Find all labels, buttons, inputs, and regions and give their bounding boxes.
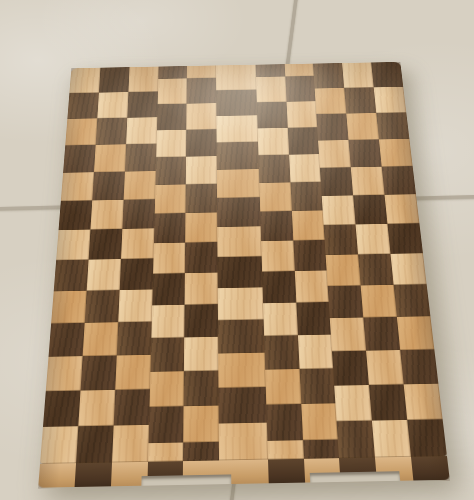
board-cell-walnut [59,200,93,230]
edge-notch [309,471,400,482]
board-cell-maple [292,210,325,240]
board-cell-maple [322,195,356,225]
board-cell-maple [218,287,263,320]
board-cell-walnut [324,224,358,255]
board-cell-walnut [293,240,327,271]
board-cell-maple [78,390,115,426]
board-cell-walnut [266,404,303,441]
board-cell-walnut [125,144,157,172]
board-cell-walnut [371,62,403,87]
board-cell-walnut [99,67,130,93]
board-cell-maple [94,144,126,172]
board-cell-maple [219,423,268,461]
board-cell-maple [97,92,128,118]
board-cell-maple [184,337,218,371]
board-cell-maple [185,273,218,305]
board-cell-walnut [407,419,447,457]
board-cell-maple [261,241,295,272]
board-cell-walnut [186,184,218,213]
board-cell-walnut [157,104,187,131]
board-cell-walnut [185,242,218,273]
board-cell-maple [301,403,338,440]
board-cell-maple [284,64,314,77]
board-cell-maple [83,322,118,356]
board-cell-walnut [122,199,155,229]
board-cell-walnut [388,223,423,254]
board-cell-maple [149,371,184,407]
board-cell-maple [385,194,420,224]
board-cell-walnut [80,355,116,390]
board-cell-walnut [183,442,219,461]
board-cell-walnut [317,114,349,141]
board-cell-walnut [258,155,290,183]
board-cell-walnut [303,440,340,459]
board-cell-maple [404,384,443,420]
board-cell-maple [61,172,94,201]
board-column [183,65,219,461]
board-cell-maple [90,200,123,230]
board-cell-walnut [320,167,353,196]
board-cell-walnut [332,351,369,386]
board-cell-walnut [364,317,401,351]
board-cell-walnut [88,229,122,260]
board-cell-maple [374,87,406,113]
board-cell-walnut [119,258,153,290]
board-cell-maple [126,117,157,144]
board-cell-maple [342,62,373,87]
board-cell-walnut [92,172,125,201]
board-cell-maple [115,355,151,390]
board-cell-maple [351,167,385,196]
board-cell-walnut [349,139,382,167]
board-cell-maple [298,335,334,369]
board-cell-walnut [67,93,98,119]
board-cell-walnut [219,387,267,424]
edge-notch [141,474,232,485]
board-cell-walnut [296,302,331,335]
board-cell-maple [118,289,152,322]
board-cell-walnut [184,371,219,407]
board-cell-maple [148,443,184,462]
board-cell-maple [151,305,185,338]
board-cell-maple [256,77,286,103]
board-cell-walnut [290,182,323,211]
board-cell-walnut [400,349,438,384]
board-cell-walnut [376,112,409,139]
board-cell-maple [186,156,217,184]
board-cell-maple [69,68,100,94]
screenshot-root [0,0,474,500]
board-cell-maple [366,350,403,385]
board-cell-walnut [150,337,185,371]
board-cell-walnut [148,406,184,443]
board-cell-maple [372,420,411,458]
board-cell-maple [184,406,220,443]
board-cell-maple [56,230,90,261]
board-cell-walnut [117,322,152,356]
board-cell-maple [217,169,259,198]
board-cell-maple [128,67,158,93]
board-cell-maple [153,243,186,274]
board-cell-maple [286,101,317,128]
board-cell-maple [121,228,154,259]
board-cell-maple [156,130,187,157]
board-cell-walnut [43,391,80,427]
board-cell-maple [267,440,303,459]
board-cell-maple [379,139,413,167]
board-cell-walnut [328,285,364,318]
board-cell-walnut [113,389,149,425]
board-cell-walnut [185,304,219,337]
board-cell-walnut [313,63,344,88]
board-cell-walnut [369,384,407,420]
board-cell-maple [187,103,217,130]
board-cell-walnut [285,76,316,102]
board-cell-walnut [152,273,185,305]
board-cell-maple [335,385,373,421]
board-cell-maple [397,316,434,350]
edge-segment-walnut [411,456,450,480]
board-cell-walnut [154,213,186,243]
board-cell-maple [40,426,78,464]
board-cell-maple [330,318,366,352]
board-cell-walnut [63,145,95,173]
board-cell-maple [216,65,256,91]
board-cell-maple [289,154,321,182]
board-cell-walnut [287,127,319,154]
board-cell-maple [218,353,265,388]
board-face [40,62,447,464]
board-cell-walnut [158,66,187,79]
board-cell-maple [87,259,121,291]
board-cell-maple [112,425,149,463]
board-cell-maple [51,291,86,324]
board-cell-walnut [255,64,285,77]
edge-segment-walnut [268,459,305,483]
board-cell-walnut [216,90,257,116]
board-cell-maple [391,253,427,285]
board-cell-maple [263,303,298,336]
board-cell-maple [157,78,187,104]
board-cell-walnut [358,254,393,286]
board-cell-walnut [76,426,113,464]
board-cell-walnut [394,284,431,317]
board-cell-walnut [85,290,120,323]
board-cell-walnut [344,87,376,113]
board-cell-walnut [155,157,186,185]
board-cell-maple [187,65,216,78]
board-cell-walnut [49,323,85,357]
board-cell-walnut [96,118,127,145]
board-cell-maple [326,254,361,286]
board-cell-maple [361,285,397,318]
board-cell-maple [315,88,347,114]
board-cell-walnut [217,197,260,227]
board-cell-walnut [186,129,217,156]
board-cell-maple [123,171,155,200]
edge-segment-maple [38,463,76,487]
board-cell-walnut [218,319,264,353]
board-cell-walnut [54,260,89,292]
board-cell-maple [218,226,262,257]
board-cell-walnut [262,271,296,303]
board-cell-walnut [299,368,336,404]
board-cell-walnut [257,102,288,129]
board-cell-walnut [260,211,293,241]
cutting-board [38,62,450,489]
board-cell-walnut [127,92,158,118]
edge-segment-walnut [74,463,111,487]
board-cell-maple [294,270,329,302]
board-cell-walnut [187,78,217,104]
board-cell-walnut [353,195,387,225]
board-cell-maple [154,184,186,213]
board-cell-walnut [218,256,263,288]
board-cell-maple [257,128,288,155]
board-cell-walnut [382,166,416,195]
board-cell-walnut [217,142,259,170]
board-cell-walnut [264,335,299,369]
board-cell-maple [186,212,218,242]
board-cell-walnut [337,421,375,459]
board-cell-maple [347,113,380,140]
board-cell-maple [259,182,291,211]
board-cell-maple [356,224,391,255]
board-cell-maple [265,369,301,405]
board-cell-maple [46,356,83,391]
board-cell-maple [65,118,97,145]
board-cell-maple [318,140,351,168]
board-cell-maple [217,115,258,142]
